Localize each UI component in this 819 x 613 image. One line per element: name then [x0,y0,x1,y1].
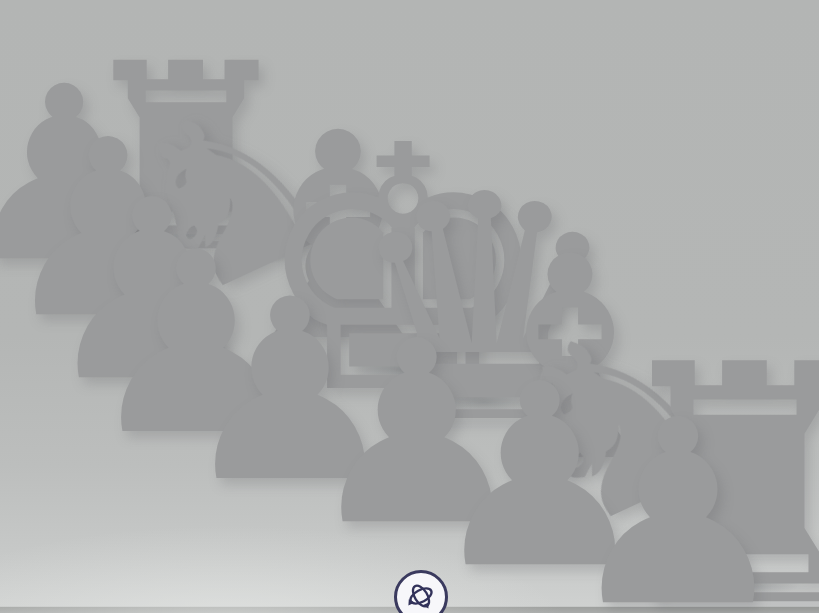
pawn-8-piece: ♟ [564,386,793,613]
model-viewer-canvas[interactable]: ♜♞♝♚♛♝♞♜♟♟♟♟♟♟♟♟ [0,0,819,613]
chess-set-render: ♜♞♝♚♛♝♞♜♟♟♟♟♟♟♟♟ [0,0,819,613]
orbit-3d-icon [401,577,441,613]
orbit-rotate-badge[interactable] [394,570,448,613]
